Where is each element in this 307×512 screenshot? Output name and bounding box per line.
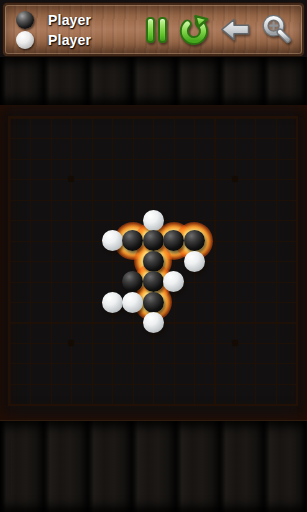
pause-button[interactable]	[146, 17, 167, 43]
black-stone	[143, 230, 164, 251]
toolbar-controls	[146, 14, 304, 46]
arrow-left-icon	[221, 18, 250, 41]
white-stone	[102, 292, 123, 313]
restart-button[interactable]	[178, 14, 210, 46]
black-stone	[143, 292, 164, 313]
player-white-name: Player	[48, 32, 91, 48]
white-stone	[102, 230, 123, 251]
star-point	[232, 340, 238, 346]
player-black-row: Player	[16, 10, 91, 29]
player-white-row: Player	[16, 30, 91, 49]
black-stone-icon	[16, 11, 34, 29]
white-stone-icon	[16, 31, 34, 49]
wall-planks-bottom	[0, 420, 307, 512]
white-stone	[143, 312, 164, 333]
player-black-name: Player	[48, 12, 91, 28]
player-panel: Player Player	[3, 10, 91, 49]
goban	[0, 105, 307, 420]
restart-icon	[178, 14, 210, 46]
magnifier-plus-icon	[261, 14, 292, 45]
black-stone	[143, 271, 164, 292]
top-bar: Player Player	[2, 2, 305, 57]
zoom-in-button[interactable]	[261, 14, 292, 45]
white-stone	[184, 251, 205, 272]
black-stone	[143, 251, 164, 272]
black-stone	[184, 230, 205, 251]
pause-icon	[146, 17, 167, 43]
white-stone	[122, 292, 143, 313]
undo-button[interactable]	[221, 18, 250, 41]
white-stone	[143, 210, 164, 231]
gomoku-app-screen: Player Player	[0, 0, 307, 512]
wall-planks-top	[0, 57, 307, 105]
